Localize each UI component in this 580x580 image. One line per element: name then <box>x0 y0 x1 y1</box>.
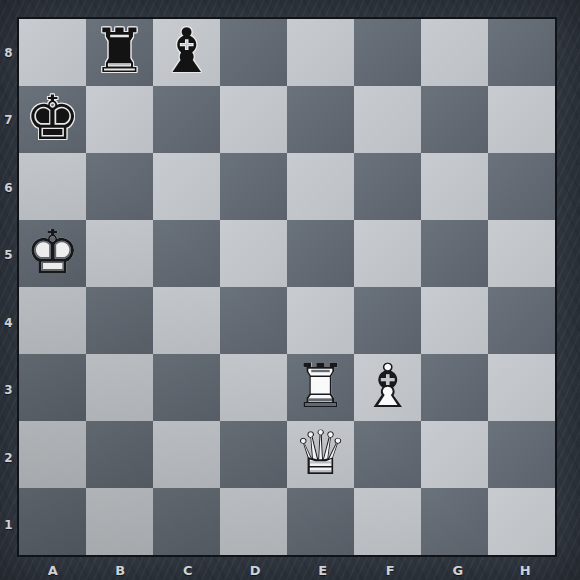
square-b6[interactable] <box>86 153 153 220</box>
square-a4[interactable] <box>19 287 86 354</box>
square-d5[interactable] <box>220 220 287 287</box>
piece-white-king-a5[interactable]: ♚♔ <box>19 220 86 287</box>
rank-label-6: 6 <box>0 154 17 222</box>
square-e5[interactable] <box>287 220 354 287</box>
square-d1[interactable] <box>220 488 287 555</box>
square-h4[interactable] <box>488 287 555 354</box>
square-d4[interactable] <box>220 287 287 354</box>
square-f8[interactable] <box>354 19 421 86</box>
piece-black-king-a7[interactable]: ♚ <box>19 86 86 153</box>
square-a8[interactable] <box>19 19 86 86</box>
file-label-b: B <box>87 561 155 580</box>
square-d2[interactable] <box>220 421 287 488</box>
square-a5[interactable]: ♚♔ <box>19 220 86 287</box>
square-d7[interactable] <box>220 86 287 153</box>
file-label-c: C <box>154 561 222 580</box>
piece-white-rook-e3[interactable]: ♜♖ <box>287 354 354 421</box>
square-e1[interactable] <box>287 488 354 555</box>
square-e2[interactable]: ♛♕ <box>287 421 354 488</box>
square-f5[interactable] <box>354 220 421 287</box>
square-a3[interactable] <box>19 354 86 421</box>
square-g2[interactable] <box>421 421 488 488</box>
square-c8[interactable]: ♝ <box>153 19 220 86</box>
square-e8[interactable] <box>287 19 354 86</box>
square-g7[interactable] <box>421 86 488 153</box>
square-a1[interactable] <box>19 488 86 555</box>
rank-label-8: 8 <box>0 19 17 87</box>
square-c2[interactable] <box>153 421 220 488</box>
rank-label-4: 4 <box>0 289 17 357</box>
square-b5[interactable] <box>86 220 153 287</box>
square-g8[interactable] <box>421 19 488 86</box>
piece-white-bishop-f3[interactable]: ♝♗ <box>354 354 421 421</box>
square-h8[interactable] <box>488 19 555 86</box>
square-g3[interactable] <box>421 354 488 421</box>
square-c3[interactable] <box>153 354 220 421</box>
rank-label-2: 2 <box>0 424 17 492</box>
square-c1[interactable] <box>153 488 220 555</box>
piece-white-queen-e2[interactable]: ♛♕ <box>287 421 354 488</box>
square-d8[interactable] <box>220 19 287 86</box>
square-c5[interactable] <box>153 220 220 287</box>
square-g4[interactable] <box>421 287 488 354</box>
square-d3[interactable] <box>220 354 287 421</box>
square-h3[interactable] <box>488 354 555 421</box>
rank-label-7: 7 <box>0 87 17 155</box>
square-b8[interactable]: ♜ <box>86 19 153 86</box>
file-label-f: F <box>357 561 425 580</box>
square-c7[interactable] <box>153 86 220 153</box>
square-c4[interactable] <box>153 287 220 354</box>
square-b4[interactable] <box>86 287 153 354</box>
square-b7[interactable] <box>86 86 153 153</box>
square-e6[interactable] <box>287 153 354 220</box>
square-h6[interactable] <box>488 153 555 220</box>
file-label-h: H <box>492 561 560 580</box>
square-f3[interactable]: ♝♗ <box>354 354 421 421</box>
chessboard: ♜♝♚♚♔♜♖♝♗♛♕ <box>17 17 557 557</box>
rank-label-1: 1 <box>0 492 17 560</box>
square-f4[interactable] <box>354 287 421 354</box>
rank-label-5: 5 <box>0 222 17 290</box>
square-b2[interactable] <box>86 421 153 488</box>
square-h2[interactable] <box>488 421 555 488</box>
piece-black-bishop-c8[interactable]: ♝ <box>153 19 220 86</box>
square-d6[interactable] <box>220 153 287 220</box>
piece-black-rook-b8[interactable]: ♜ <box>86 19 153 86</box>
square-a2[interactable] <box>19 421 86 488</box>
square-h5[interactable] <box>488 220 555 287</box>
square-h1[interactable] <box>488 488 555 555</box>
square-b1[interactable] <box>86 488 153 555</box>
square-b3[interactable] <box>86 354 153 421</box>
square-e7[interactable] <box>287 86 354 153</box>
square-e3[interactable]: ♜♖ <box>287 354 354 421</box>
square-h7[interactable] <box>488 86 555 153</box>
square-e4[interactable] <box>287 287 354 354</box>
square-f7[interactable] <box>354 86 421 153</box>
chessboard-frame: ♜♝♚♚♔♜♖♝♗♛♕ 87654321 ABCDEFGH <box>0 0 580 580</box>
square-g1[interactable] <box>421 488 488 555</box>
file-label-g: G <box>424 561 492 580</box>
square-g6[interactable] <box>421 153 488 220</box>
file-label-a: A <box>19 561 87 580</box>
file-label-d: D <box>222 561 290 580</box>
file-label-e: E <box>289 561 357 580</box>
square-c6[interactable] <box>153 153 220 220</box>
square-f1[interactable] <box>354 488 421 555</box>
square-f6[interactable] <box>354 153 421 220</box>
square-a7[interactable]: ♚ <box>19 86 86 153</box>
square-g5[interactable] <box>421 220 488 287</box>
square-a6[interactable] <box>19 153 86 220</box>
square-f2[interactable] <box>354 421 421 488</box>
rank-label-3: 3 <box>0 357 17 425</box>
